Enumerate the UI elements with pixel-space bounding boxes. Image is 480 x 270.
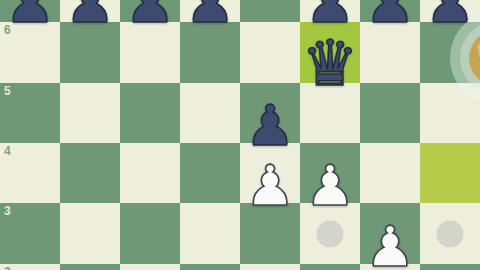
square-d5[interactable]	[180, 83, 240, 143]
square-g3[interactable]: ♟	[360, 203, 420, 264]
square-c2[interactable]	[120, 264, 180, 270]
square-d3[interactable]	[180, 203, 240, 264]
square-b5[interactable]	[60, 83, 120, 143]
rank-label-2: 2	[4, 266, 11, 270]
black-pawn[interactable]: ♟	[245, 98, 295, 154]
square-f2[interactable]	[300, 264, 360, 270]
square-h2[interactable]	[420, 264, 480, 270]
square-f4[interactable]: ♟	[300, 143, 360, 203]
square-c4[interactable]	[120, 143, 180, 203]
move-hint-dot-h3[interactable]	[437, 220, 464, 247]
square-a7[interactable]: ♟	[0, 0, 60, 22]
square-g4[interactable]	[360, 143, 420, 203]
white-pawn[interactable]: ♟	[305, 158, 355, 214]
square-a4[interactable]: 4	[0, 143, 60, 203]
square-f7[interactable]: ♟	[300, 0, 360, 22]
square-b4[interactable]	[60, 143, 120, 203]
move-hint-dot-f3[interactable]	[317, 220, 344, 247]
square-b2[interactable]	[60, 264, 120, 270]
black-pawn[interactable]: ♟	[365, 0, 415, 31]
square-d2[interactable]	[180, 264, 240, 270]
square-g7[interactable]: ♟	[360, 0, 420, 22]
square-a3[interactable]: 3	[0, 203, 60, 264]
black-pawn[interactable]: ♟	[5, 0, 55, 31]
black-pawn[interactable]: ♟	[65, 0, 115, 31]
black-pawn[interactable]: ♟	[125, 0, 175, 31]
rank-label-3: 3	[4, 205, 11, 217]
white-pawn[interactable]: ♟	[365, 219, 415, 270]
square-h4[interactable]	[420, 143, 480, 203]
square-d4[interactable]	[180, 143, 240, 203]
black-pawn[interactable]: ♟	[185, 0, 235, 31]
rank-label-4: 4	[4, 145, 11, 157]
rank-label-5: 5	[4, 85, 11, 97]
square-c3[interactable]	[120, 203, 180, 264]
square-e5[interactable]: ♟	[240, 83, 300, 143]
square-e2[interactable]	[240, 264, 300, 270]
chess-board: ♟♟♟♟♟♟♟6♛5♟4♟♟3♟2	[0, 0, 480, 270]
white-pawn[interactable]: ♟	[245, 158, 295, 214]
square-a2[interactable]: 2	[0, 264, 60, 270]
square-c7[interactable]: ♟	[120, 0, 180, 22]
black-queen[interactable]: ♛	[302, 32, 358, 95]
square-e6[interactable]	[240, 22, 300, 83]
square-a5[interactable]: 5	[0, 83, 60, 143]
chess-app-viewport: ♟♟♟♟♟♟♟6♛5♟4♟♟3♟2	[0, 0, 480, 270]
square-e7[interactable]	[240, 0, 300, 22]
square-f6[interactable]: ♛	[300, 22, 360, 83]
square-b3[interactable]	[60, 203, 120, 264]
square-b7[interactable]: ♟	[60, 0, 120, 22]
square-h3[interactable]	[420, 203, 480, 264]
square-c5[interactable]	[120, 83, 180, 143]
square-d7[interactable]: ♟	[180, 0, 240, 22]
square-g5[interactable]	[360, 83, 420, 143]
